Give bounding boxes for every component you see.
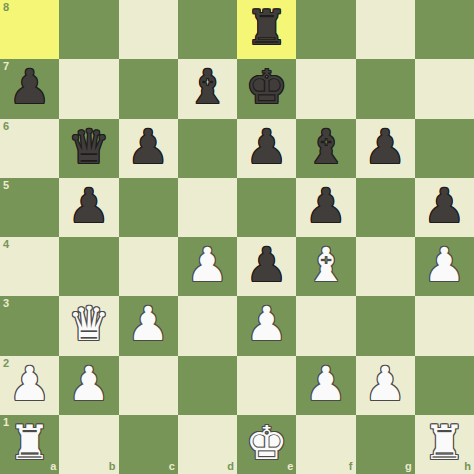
square-e2[interactable] <box>237 356 296 415</box>
file-label-g: g <box>405 461 412 472</box>
rank-label-8: 8 <box>3 2 9 13</box>
square-d7[interactable]: ♝ <box>178 59 237 118</box>
file-label-e: e <box>287 461 293 472</box>
black-pawn[interactable]: ♟ <box>127 123 169 170</box>
white-pawn[interactable]: ♟ <box>423 241 465 288</box>
square-a6[interactable]: 6 <box>0 119 59 178</box>
square-d3[interactable] <box>178 296 237 355</box>
rank-label-4: 4 <box>3 239 9 250</box>
square-h5[interactable]: ♟ <box>415 178 474 237</box>
square-a7[interactable]: 7♟ <box>0 59 59 118</box>
square-b6[interactable]: ♛ <box>59 119 118 178</box>
square-f2[interactable]: ♟ <box>296 356 355 415</box>
square-d2[interactable] <box>178 356 237 415</box>
square-d5[interactable] <box>178 178 237 237</box>
black-rook[interactable]: ♜ <box>246 4 288 51</box>
square-b2[interactable]: ♟ <box>59 356 118 415</box>
black-pawn[interactable]: ♟ <box>246 241 288 288</box>
square-h1[interactable]: h♜ <box>415 415 474 474</box>
square-a1[interactable]: 1a♜ <box>0 415 59 474</box>
square-e1[interactable]: e♚ <box>237 415 296 474</box>
black-queen[interactable]: ♛ <box>68 123 110 170</box>
square-g8[interactable] <box>356 0 415 59</box>
square-f8[interactable] <box>296 0 355 59</box>
square-b7[interactable] <box>59 59 118 118</box>
square-b1[interactable]: b <box>59 415 118 474</box>
white-rook[interactable]: ♜ <box>423 419 465 466</box>
white-pawn[interactable]: ♟ <box>9 360 51 407</box>
black-pawn[interactable]: ♟ <box>305 182 347 229</box>
square-c2[interactable] <box>119 356 178 415</box>
black-pawn[interactable]: ♟ <box>246 123 288 170</box>
square-a3[interactable]: 3 <box>0 296 59 355</box>
square-h2[interactable] <box>415 356 474 415</box>
square-d6[interactable] <box>178 119 237 178</box>
square-e3[interactable]: ♟ <box>237 296 296 355</box>
square-a5[interactable]: 5 <box>0 178 59 237</box>
square-e4[interactable]: ♟ <box>237 237 296 296</box>
square-h4[interactable]: ♟ <box>415 237 474 296</box>
square-f1[interactable]: f <box>296 415 355 474</box>
square-h7[interactable] <box>415 59 474 118</box>
square-f3[interactable] <box>296 296 355 355</box>
square-c8[interactable] <box>119 0 178 59</box>
white-pawn[interactable]: ♟ <box>364 360 406 407</box>
square-g6[interactable]: ♟ <box>356 119 415 178</box>
square-g5[interactable] <box>356 178 415 237</box>
rank-label-5: 5 <box>3 180 9 191</box>
square-h8[interactable] <box>415 0 474 59</box>
square-f6[interactable]: ♝ <box>296 119 355 178</box>
chess-board: 8♜7♟♝♚6♛♟♟♝♟5♟♟♟4♟♟♝♟3♛♟♟2♟♟♟♟1a♜bcde♚fg… <box>0 0 474 474</box>
square-c7[interactable] <box>119 59 178 118</box>
file-label-d: d <box>227 461 234 472</box>
square-a4[interactable]: 4 <box>0 237 59 296</box>
square-b3[interactable]: ♛ <box>59 296 118 355</box>
square-a8[interactable]: 8 <box>0 0 59 59</box>
square-d1[interactable]: d <box>178 415 237 474</box>
square-e7[interactable]: ♚ <box>237 59 296 118</box>
white-bishop[interactable]: ♝ <box>305 241 347 288</box>
square-f5[interactable]: ♟ <box>296 178 355 237</box>
square-b8[interactable] <box>59 0 118 59</box>
black-pawn[interactable]: ♟ <box>68 182 110 229</box>
file-label-a: a <box>50 461 56 472</box>
white-pawn[interactable]: ♟ <box>68 360 110 407</box>
white-pawn[interactable]: ♟ <box>246 300 288 347</box>
file-label-c: c <box>169 461 175 472</box>
white-pawn[interactable]: ♟ <box>127 300 169 347</box>
square-g3[interactable] <box>356 296 415 355</box>
file-label-b: b <box>109 461 116 472</box>
square-c6[interactable]: ♟ <box>119 119 178 178</box>
square-e8[interactable]: ♜ <box>237 0 296 59</box>
square-b4[interactable] <box>59 237 118 296</box>
black-pawn[interactable]: ♟ <box>423 182 465 229</box>
black-bishop[interactable]: ♝ <box>305 123 347 170</box>
black-bishop[interactable]: ♝ <box>186 63 228 110</box>
white-pawn[interactable]: ♟ <box>186 241 228 288</box>
white-king[interactable]: ♚ <box>246 419 288 466</box>
square-f4[interactable]: ♝ <box>296 237 355 296</box>
square-c5[interactable] <box>119 178 178 237</box>
square-c4[interactable] <box>119 237 178 296</box>
square-g2[interactable]: ♟ <box>356 356 415 415</box>
rank-label-3: 3 <box>3 298 9 309</box>
white-pawn[interactable]: ♟ <box>305 360 347 407</box>
square-h3[interactable] <box>415 296 474 355</box>
rank-label-6: 6 <box>3 121 9 132</box>
white-rook[interactable]: ♜ <box>9 419 51 466</box>
square-d4[interactable]: ♟ <box>178 237 237 296</box>
file-label-f: f <box>349 461 353 472</box>
square-g7[interactable] <box>356 59 415 118</box>
black-pawn[interactable]: ♟ <box>9 63 51 110</box>
square-e5[interactable] <box>237 178 296 237</box>
white-queen[interactable]: ♛ <box>68 300 110 347</box>
square-d8[interactable] <box>178 0 237 59</box>
square-a2[interactable]: 2♟ <box>0 356 59 415</box>
square-g4[interactable] <box>356 237 415 296</box>
square-f7[interactable] <box>296 59 355 118</box>
square-c1[interactable]: c <box>119 415 178 474</box>
square-h6[interactable] <box>415 119 474 178</box>
square-c3[interactable]: ♟ <box>119 296 178 355</box>
square-g1[interactable]: g <box>356 415 415 474</box>
black-king[interactable]: ♚ <box>246 63 288 110</box>
square-b5[interactable]: ♟ <box>59 178 118 237</box>
square-e6[interactable]: ♟ <box>237 119 296 178</box>
black-pawn[interactable]: ♟ <box>364 123 406 170</box>
